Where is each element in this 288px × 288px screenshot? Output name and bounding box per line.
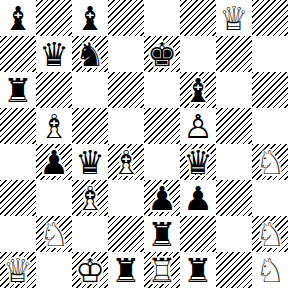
square-a5[interactable] — [0, 108, 36, 144]
square-g1[interactable] — [216, 252, 252, 288]
black-queen-halo: ♛ — [36, 36, 72, 72]
piece-black-queen[interactable]: ♛ — [36, 36, 72, 72]
square-b3[interactable] — [36, 180, 72, 216]
black-rook-halo: ♜ — [0, 72, 36, 108]
square-d5[interactable] — [108, 108, 144, 144]
square-e2[interactable]: ♜♜ — [144, 216, 180, 252]
white-knight-halo: ♞ — [36, 216, 72, 252]
square-b2[interactable]: ♞♘ — [36, 216, 72, 252]
black-pawn-halo: ♟ — [180, 180, 216, 216]
piece-white-king[interactable]: ♔ — [72, 252, 108, 288]
piece-black-rook[interactable]: ♜ — [0, 72, 36, 108]
white-knight-halo: ♞ — [252, 252, 288, 288]
square-c5[interactable] — [72, 108, 108, 144]
black-bishop-halo: ♝ — [180, 72, 216, 108]
black-pawn-halo: ♟ — [36, 144, 72, 180]
square-d1[interactable]: ♜♜ — [108, 252, 144, 288]
square-d8[interactable] — [108, 0, 144, 36]
square-f4[interactable]: ♛♛ — [180, 144, 216, 180]
white-rook-halo: ♜ — [144, 252, 180, 288]
square-f6[interactable]: ♝♝ — [180, 72, 216, 108]
piece-black-queen[interactable]: ♛ — [72, 144, 108, 180]
square-f3[interactable]: ♟♟ — [180, 180, 216, 216]
piece-white-bishop[interactable]: ♗ — [108, 144, 144, 180]
square-f5[interactable]: ♟♙ — [180, 108, 216, 144]
piece-white-knight[interactable]: ♘ — [252, 252, 288, 288]
square-h8[interactable] — [252, 0, 288, 36]
piece-black-bishop[interactable]: ♝ — [180, 72, 216, 108]
chess-board: ♝♝♝♝♛♕♛♛♞♞♚♚♜♜♝♝♝♗♟♙♟♟♛♛♝♗♛♛♞♘♝♗♟♟♟♟♞♘♜♜… — [0, 0, 288, 288]
square-d3[interactable] — [108, 180, 144, 216]
piece-black-knight[interactable]: ♞ — [72, 36, 108, 72]
square-f7[interactable] — [180, 36, 216, 72]
piece-white-pawn[interactable]: ♙ — [180, 108, 216, 144]
square-g3[interactable] — [216, 180, 252, 216]
piece-white-bishop[interactable]: ♗ — [36, 108, 72, 144]
square-e1[interactable]: ♜♖ — [144, 252, 180, 288]
square-d4[interactable]: ♝♗ — [108, 144, 144, 180]
square-c7[interactable]: ♞♞ — [72, 36, 108, 72]
piece-black-king[interactable]: ♚ — [144, 36, 180, 72]
square-g6[interactable] — [216, 72, 252, 108]
white-king-halo: ♚ — [72, 252, 108, 288]
piece-black-pawn[interactable]: ♟ — [144, 180, 180, 216]
square-e5[interactable] — [144, 108, 180, 144]
square-a3[interactable] — [0, 180, 36, 216]
square-b8[interactable] — [36, 0, 72, 36]
square-f2[interactable] — [180, 216, 216, 252]
square-h2[interactable]: ♞♘ — [252, 216, 288, 252]
square-h5[interactable] — [252, 108, 288, 144]
piece-white-queen[interactable]: ♕ — [0, 252, 36, 288]
square-g2[interactable] — [216, 216, 252, 252]
square-b4[interactable]: ♟♟ — [36, 144, 72, 180]
square-g5[interactable] — [216, 108, 252, 144]
square-c1[interactable]: ♚♔ — [72, 252, 108, 288]
piece-black-rook[interactable]: ♜ — [180, 252, 216, 288]
square-e7[interactable]: ♚♚ — [144, 36, 180, 72]
piece-black-bishop[interactable]: ♝ — [0, 0, 36, 36]
square-a1[interactable]: ♛♕ — [0, 252, 36, 288]
piece-black-rook[interactable]: ♜ — [108, 252, 144, 288]
white-pawn-halo: ♟ — [180, 108, 216, 144]
square-c8[interactable]: ♝♝ — [72, 0, 108, 36]
black-bishop-halo: ♝ — [72, 0, 108, 36]
piece-black-queen[interactable]: ♛ — [180, 144, 216, 180]
square-h6[interactable] — [252, 72, 288, 108]
black-pawn-halo: ♟ — [144, 180, 180, 216]
square-b1[interactable] — [36, 252, 72, 288]
square-b6[interactable] — [36, 72, 72, 108]
piece-black-pawn[interactable]: ♟ — [180, 180, 216, 216]
piece-white-knight[interactable]: ♘ — [252, 216, 288, 252]
square-h4[interactable]: ♞♘ — [252, 144, 288, 180]
square-c2[interactable] — [72, 216, 108, 252]
square-b7[interactable]: ♛♛ — [36, 36, 72, 72]
square-c6[interactable] — [72, 72, 108, 108]
square-e8[interactable] — [144, 0, 180, 36]
square-d2[interactable] — [108, 216, 144, 252]
chess-diagram: ♝♝♝♝♛♕♛♛♞♞♚♚♜♜♝♝♝♗♟♙♟♟♛♛♝♗♛♛♞♘♝♗♟♟♟♟♞♘♜♜… — [0, 0, 288, 288]
white-queen-halo: ♛ — [216, 0, 252, 36]
black-king-halo: ♚ — [144, 36, 180, 72]
black-knight-halo: ♞ — [72, 36, 108, 72]
square-e3[interactable]: ♟♟ — [144, 180, 180, 216]
black-queen-halo: ♛ — [180, 144, 216, 180]
square-a7[interactable] — [0, 36, 36, 72]
piece-white-knight[interactable]: ♘ — [36, 216, 72, 252]
square-g8[interactable]: ♛♕ — [216, 0, 252, 36]
piece-black-pawn[interactable]: ♟ — [36, 144, 72, 180]
black-queen-halo: ♛ — [72, 144, 108, 180]
piece-black-rook[interactable]: ♜ — [144, 216, 180, 252]
piece-white-knight[interactable]: ♘ — [252, 144, 288, 180]
black-rook-halo: ♜ — [144, 216, 180, 252]
white-knight-halo: ♞ — [252, 144, 288, 180]
square-d7[interactable] — [108, 36, 144, 72]
square-e4[interactable] — [144, 144, 180, 180]
black-rook-halo: ♜ — [108, 252, 144, 288]
square-f1[interactable]: ♜♜ — [180, 252, 216, 288]
white-bishop-halo: ♝ — [108, 144, 144, 180]
white-knight-halo: ♞ — [252, 216, 288, 252]
square-c3[interactable]: ♝♗ — [72, 180, 108, 216]
square-h3[interactable] — [252, 180, 288, 216]
square-e6[interactable] — [144, 72, 180, 108]
square-a6[interactable]: ♜♜ — [0, 72, 36, 108]
square-h7[interactable] — [252, 36, 288, 72]
piece-white-rook[interactable]: ♖ — [144, 252, 180, 288]
square-a8[interactable]: ♝♝ — [0, 0, 36, 36]
square-f8[interactable] — [180, 0, 216, 36]
white-bishop-halo: ♝ — [36, 108, 72, 144]
white-queen-halo: ♛ — [0, 252, 36, 288]
square-b5[interactable]: ♝♗ — [36, 108, 72, 144]
square-a2[interactable] — [0, 216, 36, 252]
black-bishop-halo: ♝ — [0, 0, 36, 36]
black-rook-halo: ♜ — [180, 252, 216, 288]
white-bishop-halo: ♝ — [72, 180, 108, 216]
square-g7[interactable] — [216, 36, 252, 72]
piece-white-queen[interactable]: ♕ — [216, 0, 252, 36]
piece-black-bishop[interactable]: ♝ — [72, 0, 108, 36]
square-g4[interactable] — [216, 144, 252, 180]
piece-white-bishop[interactable]: ♗ — [72, 180, 108, 216]
square-c4[interactable]: ♛♛ — [72, 144, 108, 180]
square-a4[interactable] — [0, 144, 36, 180]
square-h1[interactable]: ♞♘ — [252, 252, 288, 288]
square-d6[interactable] — [108, 72, 144, 108]
